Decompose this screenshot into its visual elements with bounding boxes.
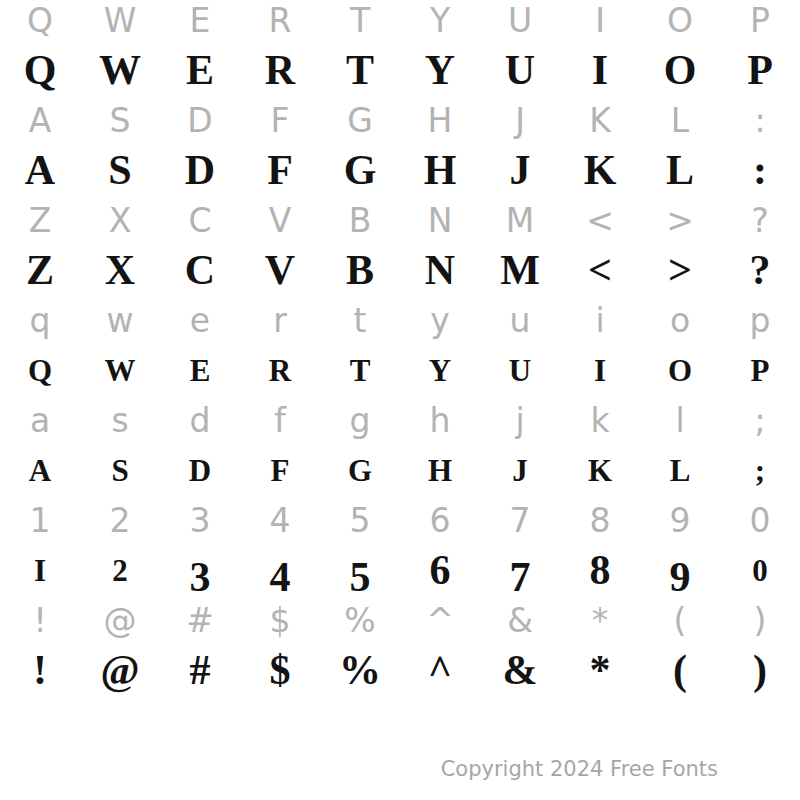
specimen-glyph-r14c7: & [480, 640, 560, 700]
specimen-glyph-r6c4: V [240, 240, 320, 300]
reference-glyph-r7c7: u [480, 300, 560, 340]
copyright-text: Copyright 2024 Free Fonts [441, 757, 718, 781]
reference-glyph-r1c9: O [640, 0, 720, 40]
specimen-glyph-r2c7: U [480, 40, 560, 100]
specimen-glyph-r10c5: G [320, 440, 400, 500]
specimen-glyph-r8c2: W [80, 340, 160, 400]
specimen-glyph-r2c9: O [640, 40, 720, 100]
reference-glyph-r1c8: I [560, 0, 640, 40]
specimen-glyph-r10c10: ; [720, 440, 800, 500]
reference-glyph-r11c9: 9 [640, 500, 720, 540]
reference-glyph-r1c2: W [80, 0, 160, 40]
specimen-glyph-r2c6: Y [400, 40, 480, 100]
specimen-glyph-r12c3: 3 [160, 547, 240, 607]
reference-glyph-r3c2: S [80, 100, 160, 140]
specimen-glyph-r14c3: # [160, 640, 240, 700]
reference-glyph-r7c10: p [720, 300, 800, 340]
specimen-glyph-r10c2: S [80, 440, 160, 500]
specimen-glyph-r4c3: D [160, 140, 240, 200]
reference-glyph-r11c1: 1 [0, 500, 80, 540]
specimen-glyph-r4c1: A [0, 140, 80, 200]
reference-glyph-r7c9: o [640, 300, 720, 340]
specimen-glyph-r6c3: C [160, 240, 240, 300]
specimen-glyph-r14c6: ^ [400, 640, 480, 700]
reference-glyph-r13c8: * [560, 600, 640, 640]
reference-glyph-r13c10: ) [720, 600, 800, 640]
specimen-glyph-r6c10: ? [720, 240, 800, 300]
reference-glyph-r7c8: i [560, 300, 640, 340]
specimen-glyph-r6c2: X [80, 240, 160, 300]
reference-glyph-r5c5: B [320, 200, 400, 240]
specimen-glyph-r10c1: A [0, 440, 80, 500]
specimen-glyph-r2c5: T [320, 40, 400, 100]
reference-glyph-r9c2: s [80, 400, 160, 440]
reference-glyph-r7c2: w [80, 300, 160, 340]
reference-glyph-r5c9: > [640, 200, 720, 240]
specimen-glyph-r12c5: 5 [320, 547, 400, 607]
specimen-glyph-r12c7: 7 [480, 547, 560, 607]
specimen-glyph-r8c7: U [480, 340, 560, 400]
reference-glyph-r5c8: < [560, 200, 640, 240]
character-grid: QWERTYUIOPQWERTYUIOPASDFGHJKL:ASDFGHJKL:… [0, 0, 800, 700]
specimen-glyph-r6c5: B [320, 240, 400, 300]
specimen-glyph-r4c6: H [400, 140, 480, 200]
reference-glyph-r7c4: r [240, 300, 320, 340]
reference-glyph-r3c7: J [480, 100, 560, 140]
reference-glyph-r3c3: D [160, 100, 240, 140]
specimen-glyph-r2c1: Q [0, 40, 80, 100]
reference-glyph-r7c1: q [0, 300, 80, 340]
reference-glyph-r9c6: h [400, 400, 480, 440]
specimen-glyph-r12c2: 2 [80, 540, 160, 600]
specimen-glyph-r12c6: 6 [400, 540, 480, 600]
specimen-glyph-r8c4: R [240, 340, 320, 400]
reference-glyph-r5c2: X [80, 200, 160, 240]
specimen-glyph-r10c8: K [560, 440, 640, 500]
reference-glyph-r9c3: d [160, 400, 240, 440]
font-specimen-sheet: QWERTYUIOPQWERTYUIOPASDFGHJKL:ASDFGHJKL:… [0, 0, 800, 800]
reference-glyph-r9c5: g [320, 400, 400, 440]
specimen-glyph-r14c1: ! [0, 640, 80, 700]
reference-glyph-r11c5: 5 [320, 500, 400, 540]
specimen-glyph-r6c6: N [400, 240, 480, 300]
reference-glyph-r9c7: j [480, 400, 560, 440]
specimen-glyph-r2c8: I [560, 40, 640, 100]
specimen-glyph-r14c4: $ [240, 640, 320, 700]
reference-glyph-r1c1: Q [0, 0, 80, 40]
reference-glyph-r3c1: A [0, 100, 80, 140]
specimen-glyph-r10c4: F [240, 440, 320, 500]
reference-glyph-r1c4: R [240, 0, 320, 40]
reference-glyph-r11c4: 4 [240, 500, 320, 540]
specimen-glyph-r12c8: 8 [560, 540, 640, 600]
reference-glyph-r5c1: Z [0, 200, 80, 240]
reference-glyph-r1c7: U [480, 0, 560, 40]
reference-glyph-r1c3: E [160, 0, 240, 40]
reference-glyph-r3c4: F [240, 100, 320, 140]
reference-glyph-r11c7: 7 [480, 500, 560, 540]
specimen-glyph-r8c5: T [320, 340, 400, 400]
reference-glyph-r5c6: N [400, 200, 480, 240]
reference-glyph-r11c3: 3 [160, 500, 240, 540]
specimen-glyph-r2c4: R [240, 40, 320, 100]
specimen-glyph-r8c1: Q [0, 340, 80, 400]
specimen-glyph-r8c3: E [160, 340, 240, 400]
reference-glyph-r9c1: a [0, 400, 80, 440]
specimen-glyph-r10c9: L [640, 440, 720, 500]
reference-glyph-r1c6: Y [400, 0, 480, 40]
reference-glyph-r7c5: t [320, 300, 400, 340]
reference-glyph-r3c6: H [400, 100, 480, 140]
specimen-glyph-r14c8: * [560, 640, 640, 700]
reference-glyph-r13c6: ^ [400, 600, 480, 640]
reference-glyph-r13c2: @ [80, 600, 160, 640]
specimen-glyph-r10c3: D [160, 440, 240, 500]
reference-glyph-r11c10: 0 [720, 500, 800, 540]
reference-glyph-r5c7: M [480, 200, 560, 240]
specimen-glyph-r4c2: S [80, 140, 160, 200]
specimen-glyph-r6c7: M [480, 240, 560, 300]
reference-glyph-r7c6: y [400, 300, 480, 340]
specimen-glyph-r12c4: 4 [240, 547, 320, 607]
specimen-glyph-r4c9: L [640, 140, 720, 200]
specimen-glyph-r8c10: P [720, 340, 800, 400]
specimen-glyph-r6c8: < [560, 240, 640, 300]
specimen-glyph-r8c6: Y [400, 340, 480, 400]
specimen-glyph-r4c8: K [560, 140, 640, 200]
specimen-glyph-r4c7: J [480, 140, 560, 200]
reference-glyph-r3c10: : [720, 100, 800, 140]
reference-glyph-r1c5: T [320, 0, 400, 40]
reference-glyph-r11c6: 6 [400, 500, 480, 540]
specimen-glyph-r2c2: W [80, 40, 160, 100]
specimen-glyph-r8c9: O [640, 340, 720, 400]
reference-glyph-r5c10: ? [720, 200, 800, 240]
reference-glyph-r3c5: G [320, 100, 400, 140]
reference-glyph-r9c10: ; [720, 400, 800, 440]
reference-glyph-r13c1: ! [0, 600, 80, 640]
reference-glyph-r9c4: f [240, 400, 320, 440]
specimen-glyph-r6c1: Z [0, 240, 80, 300]
reference-glyph-r3c8: K [560, 100, 640, 140]
reference-glyph-r3c9: L [640, 100, 720, 140]
specimen-glyph-r4c5: G [320, 140, 400, 200]
reference-glyph-r11c2: 2 [80, 500, 160, 540]
specimen-glyph-r8c8: I [560, 340, 640, 400]
reference-glyph-r9c8: k [560, 400, 640, 440]
reference-glyph-r5c3: C [160, 200, 240, 240]
specimen-glyph-r2c10: P [720, 40, 800, 100]
reference-glyph-r5c4: V [240, 200, 320, 240]
specimen-glyph-r4c4: F [240, 140, 320, 200]
specimen-glyph-r12c9: 9 [640, 547, 720, 607]
specimen-glyph-r10c7: J [480, 440, 560, 500]
specimen-glyph-r12c10: 0 [720, 540, 800, 600]
reference-glyph-r9c9: l [640, 400, 720, 440]
specimen-glyph-r2c3: E [160, 40, 240, 100]
specimen-glyph-r14c5: % [320, 640, 400, 700]
specimen-glyph-r14c9: ( [640, 640, 720, 700]
specimen-glyph-r6c9: > [640, 240, 720, 300]
reference-glyph-r7c3: e [160, 300, 240, 340]
specimen-glyph-r12c1: I [0, 540, 80, 600]
reference-glyph-r11c8: 8 [560, 500, 640, 540]
specimen-glyph-r14c10: ) [720, 640, 800, 700]
specimen-glyph-r10c6: H [400, 440, 480, 500]
specimen-glyph-r4c10: : [720, 140, 800, 200]
specimen-glyph-r14c2: @ [80, 640, 160, 700]
reference-glyph-r1c10: P [720, 0, 800, 40]
